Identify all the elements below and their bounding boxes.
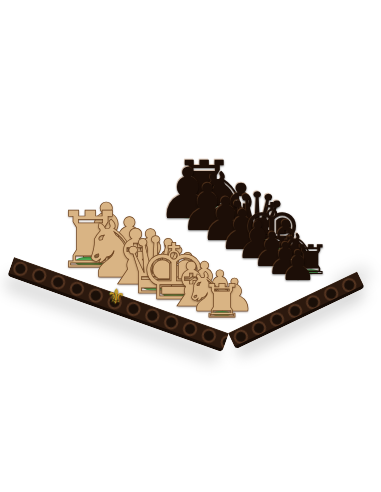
square-e3 (189, 273, 220, 287)
square-d4 (186, 257, 218, 273)
pawn-glyph: ♟ (199, 190, 252, 250)
coordinate-cell-6: 6 (133, 197, 173, 218)
pawn-glyph: ♟ (214, 273, 255, 318)
square-e4 (203, 266, 233, 281)
square-f4 (220, 274, 249, 288)
green-felt-base (247, 235, 268, 242)
pawn-glyph: ♟ (280, 246, 317, 287)
pawn-glyph: ♟ (98, 209, 161, 279)
coordinate-cell-7: 7 (301, 277, 325, 289)
coordinate-cell-A: A (207, 185, 243, 206)
coordinate-cell-2: 2 (238, 307, 263, 318)
square-e1 (161, 287, 193, 301)
square-a8 (190, 194, 226, 215)
square-h1 (211, 307, 238, 319)
square-d5 (200, 250, 232, 266)
coordinate-cell-G: G (302, 249, 327, 263)
coordinate-cell-4: 4 (263, 295, 288, 307)
green-felt-base (214, 232, 237, 239)
square-c1 (121, 270, 157, 286)
pawn-glyph: ♟ (121, 222, 179, 287)
coordinate-label: F (289, 240, 316, 255)
green-felt-base (123, 276, 148, 284)
bishop-glyph: ♝ (262, 214, 310, 268)
square-a5 (140, 219, 178, 238)
green-felt-base (191, 201, 217, 210)
square-c5 (182, 240, 216, 257)
square-f2 (193, 287, 222, 300)
green-felt-base (213, 311, 231, 317)
coordinate-cell-B: B (226, 198, 259, 218)
coordinate-cell-H: H (314, 257, 338, 271)
coordinate-label: A (207, 185, 243, 206)
coordinate-label: H (199, 313, 226, 325)
square-g2 (209, 294, 237, 307)
green-felt-base (290, 275, 306, 280)
coordinate-cell-5: 5 (275, 289, 299, 301)
pawn-glyph: ♟ (218, 203, 267, 258)
green-felt-base (138, 268, 163, 276)
coordinate-cell-F: F (289, 240, 316, 255)
pawn-glyph: ♟ (72, 195, 141, 272)
rook-glyph: ♜ (201, 278, 242, 324)
coordinate-label: 5 (115, 206, 156, 227)
square-b8 (210, 206, 244, 225)
square-d7 (230, 236, 261, 252)
square-g8 (289, 255, 315, 269)
green-felt-base (92, 249, 121, 258)
coordinate-label: 1 (47, 241, 90, 260)
board-side-panel-left: ⚜ (7, 257, 229, 352)
coordinate-label: 2 (64, 232, 107, 251)
square-b6 (178, 222, 213, 240)
board-side-panel-right (228, 271, 365, 349)
square-g5 (249, 275, 276, 288)
square-d2 (156, 272, 189, 287)
green-felt-base (195, 292, 215, 298)
green-felt-base (211, 299, 229, 305)
coordinate-label: F (165, 300, 195, 313)
coordinate-cell-4: 4 (98, 215, 139, 235)
square-g3 (222, 288, 250, 301)
coordinate-label: G (183, 307, 212, 319)
square-h3 (237, 294, 263, 306)
coordinate-cell-8: 8 (168, 180, 207, 202)
green-felt-base (248, 251, 267, 257)
rook-glyph: ♜ (173, 152, 235, 221)
green-felt-base (175, 209, 202, 218)
coordinate-cell-D: D (260, 221, 290, 238)
coordinate-cell-1: 1 (47, 241, 90, 260)
green-felt-base (195, 221, 220, 229)
square-h6 (275, 276, 300, 289)
coordinate-cell-5: 5 (115, 206, 156, 227)
ring-cell (213, 319, 239, 330)
green-felt-base (100, 267, 127, 276)
pawn-glyph: ♟ (235, 215, 281, 266)
square-f6 (248, 261, 276, 275)
square-c7 (213, 225, 245, 243)
green-felt-base (163, 291, 185, 298)
square-h8 (301, 263, 325, 276)
ring-cell (185, 171, 223, 194)
green-felt-base (230, 225, 252, 232)
square-b7 (194, 214, 229, 233)
pawn-glyph: ♟ (156, 159, 219, 229)
square-h5 (263, 282, 288, 295)
coordinate-cell-E: E (275, 231, 303, 247)
queen-glyph: ♛ (226, 184, 288, 253)
square-g4 (235, 281, 262, 294)
square-c6 (197, 233, 230, 250)
pawn-glyph: ♟ (198, 264, 241, 312)
coordinate-label: 4 (263, 295, 288, 307)
square-c3 (151, 256, 186, 272)
green-felt-base (277, 253, 295, 259)
green-felt-base (263, 260, 281, 266)
green-felt-base (144, 284, 167, 292)
coordinate-label: 3 (81, 223, 123, 243)
square-c2 (136, 263, 171, 279)
square-e5 (218, 259, 248, 274)
square-h7 (288, 270, 313, 283)
coordinate-label: E (275, 231, 303, 247)
square-d8 (245, 228, 275, 245)
product-photo-stage: ⚜ ABCDEFGH8877665544332211ABCDEFGH ♜♞♝♛♚… (0, 0, 381, 492)
square-e2 (175, 280, 206, 294)
square-e8 (261, 238, 289, 254)
green-felt-base (290, 261, 307, 266)
green-felt-base (226, 305, 243, 311)
coordinate-label: C (244, 210, 275, 228)
coordinate-cell-6: 6 (288, 283, 312, 295)
green-felt-base (211, 213, 235, 221)
brass-clasp-icon: ⚜ (106, 286, 127, 309)
pawn-glyph: ♟ (181, 255, 227, 307)
square-d3 (171, 265, 204, 280)
square-d1 (142, 279, 175, 294)
square-b5 (162, 230, 198, 248)
green-felt-base (277, 268, 294, 273)
pieces-layer: ♜♞♝♛♚♝♞♜♟♟♟♟♟♟♟♟♟♟♟♟♟♟♟♟♜♞♝♛♚♝♞♜ (0, 0, 381, 492)
square-g6 (262, 268, 288, 282)
square-e7 (246, 245, 275, 261)
coordinate-label: 2 (238, 307, 263, 318)
coordinate-label: H (314, 257, 338, 271)
square-g7 (275, 262, 301, 276)
square-a4 (123, 227, 162, 246)
green-felt-base (116, 259, 143, 268)
knight-glyph: ♞ (192, 163, 255, 233)
green-felt-base (232, 242, 253, 249)
square-b4 (146, 238, 182, 256)
square-f1 (179, 294, 209, 307)
square-a2 (90, 243, 130, 261)
coordinate-label: 1 (226, 313, 252, 324)
square-b1 (98, 261, 136, 278)
coordinate-cell-3: 3 (81, 223, 123, 243)
king-glyph: ♚ (241, 194, 303, 263)
queen-glyph: ♛ (120, 227, 190, 305)
square-a3 (106, 235, 145, 253)
king-glyph: ♚ (139, 235, 209, 313)
coordinate-label: 6 (133, 197, 173, 218)
green-felt-base (177, 285, 198, 292)
rook-glyph: ♜ (293, 240, 329, 281)
green-felt-base (303, 269, 318, 274)
square-d6 (215, 243, 246, 259)
coordinate-cell-2: 2 (64, 232, 107, 251)
coordinate-cell-C: C (244, 210, 275, 228)
coordinate-label: 4 (98, 215, 139, 235)
square-h4 (250, 288, 276, 300)
coordinate-cell-7: 7 (150, 189, 189, 211)
square-b3 (130, 246, 167, 263)
green-felt-base (158, 277, 181, 284)
coordinate-cell-F: F (165, 300, 195, 313)
knight-glyph: ♞ (183, 266, 232, 320)
square-f8 (275, 247, 302, 262)
square-h2 (224, 301, 251, 313)
coordinate-label: 3 (251, 301, 276, 313)
pawn-glyph: ♟ (251, 226, 294, 273)
rook-glyph: ♜ (55, 202, 125, 280)
square-g1 (196, 301, 224, 313)
square-f7 (261, 254, 288, 269)
bishop-glyph: ♝ (164, 254, 219, 315)
square-f3 (206, 281, 235, 295)
pawn-glyph: ♟ (143, 234, 197, 294)
square-a6 (156, 210, 193, 230)
coordinate-cell-H: H (199, 313, 226, 325)
green-felt-base (198, 305, 217, 311)
square-f5 (234, 267, 262, 281)
coordinate-cell-G: G (183, 307, 212, 319)
pawn-glyph: ♟ (163, 245, 213, 301)
pawn-glyph: ♟ (266, 236, 306, 280)
square-e6 (232, 252, 261, 267)
square-a7 (173, 202, 210, 222)
green-felt-base (181, 298, 201, 305)
square-c4 (166, 248, 200, 265)
coordinate-label: 5 (275, 289, 299, 301)
green-felt-base (75, 257, 105, 267)
square-b2 (114, 254, 151, 271)
pawn-glyph: ♟ (179, 175, 237, 240)
bishop-glyph: ♝ (211, 176, 272, 244)
coordinate-cell-1: 1 (226, 313, 252, 324)
coordinate-label: 8 (168, 180, 207, 202)
knight-glyph: ♞ (78, 210, 149, 289)
coordinate-label: 7 (150, 189, 189, 211)
green-felt-base (262, 244, 281, 250)
square-a1 (73, 251, 113, 269)
coordinate-label: D (260, 221, 290, 238)
coordinate-cell-3: 3 (251, 301, 276, 313)
knight-glyph: ♞ (277, 227, 320, 275)
coordinate-label: G (302, 249, 327, 263)
coordinate-label: 6 (288, 283, 312, 295)
coordinate-label: B (226, 198, 259, 218)
square-c8 (228, 218, 260, 236)
coordinate-label: 7 (301, 277, 325, 289)
